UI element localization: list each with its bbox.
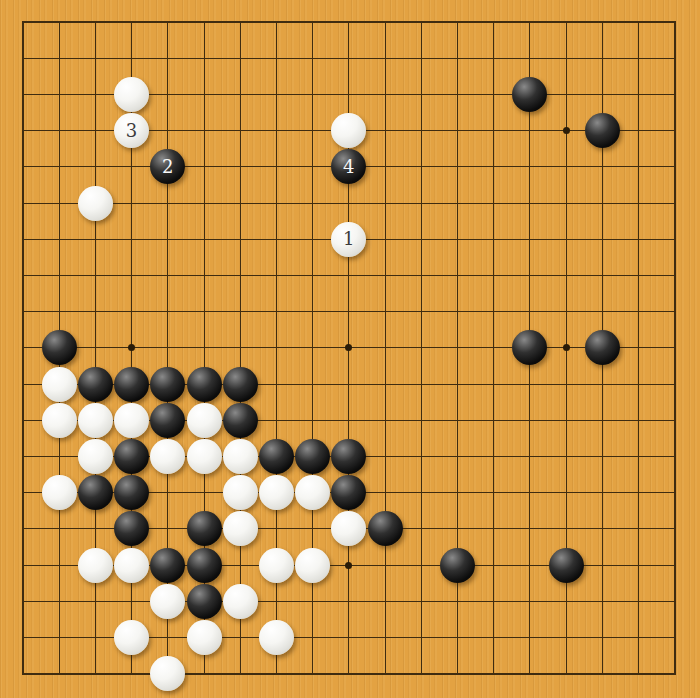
stone-white[interactable] [150,439,185,474]
stone-white[interactable] [259,620,294,655]
stone-white[interactable] [114,548,149,583]
grid-line-vertical [638,21,639,675]
stone-white[interactable] [223,439,258,474]
stone-move-2[interactable]: 2 [150,149,185,184]
stone-black[interactable] [295,439,330,474]
stone-black[interactable] [42,330,77,365]
stone-white[interactable] [259,548,294,583]
star-point [563,344,570,351]
stone-black[interactable] [187,584,222,619]
stone-white[interactable] [78,403,113,438]
stone-black[interactable] [114,511,149,546]
go-board[interactable]: 3241 [0,0,700,698]
move-number-label: 2 [162,158,173,176]
stone-black[interactable] [150,548,185,583]
stone-white[interactable] [187,403,222,438]
stone-black[interactable] [549,548,584,583]
stone-white[interactable] [331,511,366,546]
stone-black[interactable] [368,511,403,546]
stone-black[interactable] [114,475,149,510]
star-point [345,344,352,351]
stone-black[interactable] [585,330,620,365]
stone-black[interactable] [187,548,222,583]
move-number-label: 4 [343,158,354,176]
stone-move-4[interactable]: 4 [331,149,366,184]
stone-white[interactable] [150,584,185,619]
stone-white[interactable] [78,186,113,221]
stone-black[interactable] [187,367,222,402]
stone-black[interactable] [585,113,620,148]
stone-white[interactable] [187,439,222,474]
stone-white[interactable] [187,620,222,655]
star-point [563,127,570,134]
stone-black[interactable] [512,77,547,112]
stone-black[interactable] [512,330,547,365]
star-point [345,562,352,569]
stone-white[interactable] [114,403,149,438]
stone-white[interactable] [223,511,258,546]
stone-white[interactable] [78,548,113,583]
grid-line-vertical [493,21,494,675]
stone-black[interactable] [440,548,475,583]
stone-black[interactable] [331,439,366,474]
stone-white[interactable] [295,475,330,510]
grid-line-horizontal [22,601,676,602]
grid-line-vertical [385,21,386,675]
stone-white[interactable] [150,656,185,691]
stone-white[interactable] [42,367,77,402]
stone-black[interactable] [150,367,185,402]
stone-white[interactable] [78,439,113,474]
grid-line-vertical [421,21,422,675]
star-point [128,344,135,351]
stone-black[interactable] [331,475,366,510]
stone-white[interactable] [42,403,77,438]
stone-white[interactable] [295,548,330,583]
stone-move-1[interactable]: 1 [331,222,366,257]
stone-black[interactable] [223,403,258,438]
stone-black[interactable] [259,439,294,474]
stone-black[interactable] [78,475,113,510]
stone-black[interactable] [223,367,258,402]
stone-black[interactable] [114,439,149,474]
move-number-label: 3 [126,122,137,140]
stone-black[interactable] [78,367,113,402]
stone-white[interactable] [114,77,149,112]
stone-black[interactable] [150,403,185,438]
stone-black[interactable] [187,511,222,546]
stone-white[interactable] [259,475,294,510]
move-number-label: 1 [343,230,354,248]
grid-line-horizontal [22,673,676,675]
stone-white[interactable] [331,113,366,148]
stone-move-3[interactable]: 3 [114,113,149,148]
stone-white[interactable] [42,475,77,510]
stone-white[interactable] [223,475,258,510]
grid-line-vertical [674,21,676,675]
stone-black[interactable] [114,367,149,402]
stone-white[interactable] [223,584,258,619]
stone-white[interactable] [114,620,149,655]
